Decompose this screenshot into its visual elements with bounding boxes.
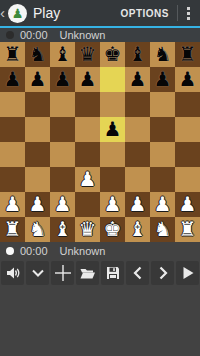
square-e8[interactable]: ♚ [100,42,125,67]
square-g8[interactable]: ♞ [150,42,175,67]
black-pawn[interactable]: ♟ [175,67,200,92]
square-a7[interactable]: ♟ [0,67,25,92]
black-rook[interactable]: ♜ [0,42,25,67]
square-g1[interactable]: ♞ [150,217,175,242]
square-a5[interactable] [0,117,25,142]
toolbar [0,260,200,286]
square-f5[interactable] [125,117,150,142]
white-pawn[interactable]: ♟ [150,192,175,217]
save-icon [105,265,121,281]
black-bishop[interactable]: ♝ [125,42,150,67]
square-f1[interactable]: ♝ [125,217,150,242]
square-e1[interactable]: ♚ [100,217,125,242]
white-rook[interactable]: ♜ [0,217,25,242]
white-pawn[interactable]: ♟ [75,167,100,192]
square-g7[interactable]: ♟ [150,67,175,92]
square-h7[interactable]: ♟ [175,67,200,92]
square-d6[interactable] [75,92,100,117]
square-f4[interactable] [125,142,150,167]
square-g3[interactable] [150,167,175,192]
green-pawn-icon: ♟ [12,4,24,23]
square-c2[interactable]: ♟ [50,192,75,217]
white-bishop[interactable]: ♝ [125,217,150,242]
square-h1[interactable]: ♜ [175,217,200,242]
square-d8[interactable]: ♛ [75,42,100,67]
black-pawn[interactable]: ♟ [0,67,25,92]
black-clock: 00:00 [20,29,48,41]
white-pawn[interactable]: ♟ [25,192,50,217]
square-e4[interactable] [100,142,125,167]
black-pawn[interactable]: ♟ [25,67,50,92]
black-side-indicator [6,31,14,39]
square-c5[interactable] [50,117,75,142]
white-pawn[interactable]: ♟ [100,192,125,217]
square-b7[interactable]: ♟ [25,67,50,92]
play-icon [180,265,196,281]
square-f6[interactable] [125,92,150,117]
black-player-name: Unknown [60,29,106,41]
square-d5[interactable] [75,117,100,142]
black-pawn[interactable]: ♟ [75,67,100,92]
back-icon[interactable]: ‹ [0,0,7,26]
square-a8[interactable]: ♜ [0,42,25,67]
new-game-button[interactable] [51,261,74,285]
square-a1[interactable]: ♜ [0,217,25,242]
options-button[interactable]: OPTIONS [120,8,169,19]
save-button[interactable] [101,261,124,285]
black-pawn[interactable]: ♟ [50,67,75,92]
open-file-button[interactable] [76,261,99,285]
chess-board[interactable]: ♜♞♝♛♚♝♞♜♟♟♟♟♟♟♟♟♟♟♟♟♟♟♟♟♜♞♝♛♚♝♞♜ [0,42,200,242]
square-e6[interactable] [100,92,125,117]
empty-area [0,286,200,356]
square-f2[interactable]: ♟ [125,192,150,217]
square-d4[interactable] [75,142,100,167]
square-e3[interactable] [100,167,125,192]
square-f3[interactable] [125,167,150,192]
app-logo: ♟ [8,4,27,23]
square-h4[interactable] [175,142,200,167]
square-b3[interactable] [25,167,50,192]
square-c1[interactable]: ♝ [50,217,75,242]
play-button[interactable] [176,261,199,285]
white-rook[interactable]: ♜ [175,217,200,242]
square-b1[interactable]: ♞ [25,217,50,242]
black-pawn[interactable]: ♟ [100,117,125,142]
square-h3[interactable] [175,167,200,192]
black-rook[interactable]: ♜ [175,42,200,67]
square-e7[interactable] [100,67,125,92]
white-pawn[interactable]: ♟ [50,192,75,217]
white-player-name: Unknown [60,245,106,257]
square-c8[interactable]: ♝ [50,42,75,67]
chevron-down-icon [30,265,46,281]
square-h6[interactable] [175,92,200,117]
bar-divider [177,5,178,21]
square-h5[interactable] [175,117,200,142]
square-e5[interactable]: ♟ [100,117,125,142]
black-queen[interactable]: ♛ [75,42,100,67]
step-back-button[interactable] [126,261,149,285]
white-king[interactable]: ♚ [100,217,125,242]
white-pawn[interactable]: ♟ [125,192,150,217]
chess-app-screen: ‹ ♟ Play OPTIONS 00:00 Unknown ♜♞♝♛♚♝♞♜♟… [0,0,200,356]
square-f8[interactable]: ♝ [125,42,150,67]
plus-icon [54,264,72,282]
square-f7[interactable]: ♟ [125,67,150,92]
square-a6[interactable] [0,92,25,117]
square-g2[interactable]: ♟ [150,192,175,217]
square-b5[interactable] [25,117,50,142]
white-knight[interactable]: ♞ [25,217,50,242]
square-c3[interactable] [50,167,75,192]
chevron-right-icon [155,265,171,281]
square-d7[interactable]: ♟ [75,67,100,92]
step-forward-button[interactable] [151,261,174,285]
square-d2[interactable] [75,192,100,217]
square-c6[interactable] [50,92,75,117]
black-knight[interactable]: ♞ [25,42,50,67]
square-d3[interactable]: ♟ [75,167,100,192]
square-a4[interactable] [0,142,25,167]
square-b8[interactable]: ♞ [25,42,50,67]
volume-icon [5,265,21,281]
white-side-indicator [6,247,14,255]
action-bar: ‹ ♟ Play OPTIONS [0,0,200,26]
square-g4[interactable] [150,142,175,167]
white-pawn[interactable]: ♟ [0,192,25,217]
square-b4[interactable] [25,142,50,167]
square-g6[interactable] [150,92,175,117]
collapse-button[interactable] [26,261,49,285]
white-bishop[interactable]: ♝ [50,217,75,242]
black-king[interactable]: ♚ [100,42,125,67]
square-e2[interactable]: ♟ [100,192,125,217]
square-c7[interactable]: ♟ [50,67,75,92]
square-a3[interactable] [0,167,25,192]
page-title: Play [33,5,120,21]
black-pawn[interactable]: ♟ [150,67,175,92]
white-pawn[interactable]: ♟ [175,192,200,217]
chevron-left-icon [130,265,146,281]
black-pawn[interactable]: ♟ [125,67,150,92]
volume-button[interactable] [1,261,24,285]
square-h8[interactable]: ♜ [175,42,200,67]
square-h2[interactable]: ♟ [175,192,200,217]
player-row-black: 00:00 Unknown [0,28,200,42]
square-b2[interactable]: ♟ [25,192,50,217]
folder-icon [79,265,96,282]
square-c4[interactable] [50,142,75,167]
white-clock: 00:00 [20,245,48,257]
overflow-menu-icon[interactable] [185,3,192,24]
white-knight[interactable]: ♞ [150,217,175,242]
square-b6[interactable] [25,92,50,117]
black-knight[interactable]: ♞ [150,42,175,67]
square-a2[interactable]: ♟ [0,192,25,217]
player-row-white: 00:00 Unknown [0,242,200,259]
square-d1[interactable]: ♛ [75,217,100,242]
square-g5[interactable] [150,117,175,142]
black-bishop[interactable]: ♝ [50,42,75,67]
white-queen[interactable]: ♛ [75,217,100,242]
